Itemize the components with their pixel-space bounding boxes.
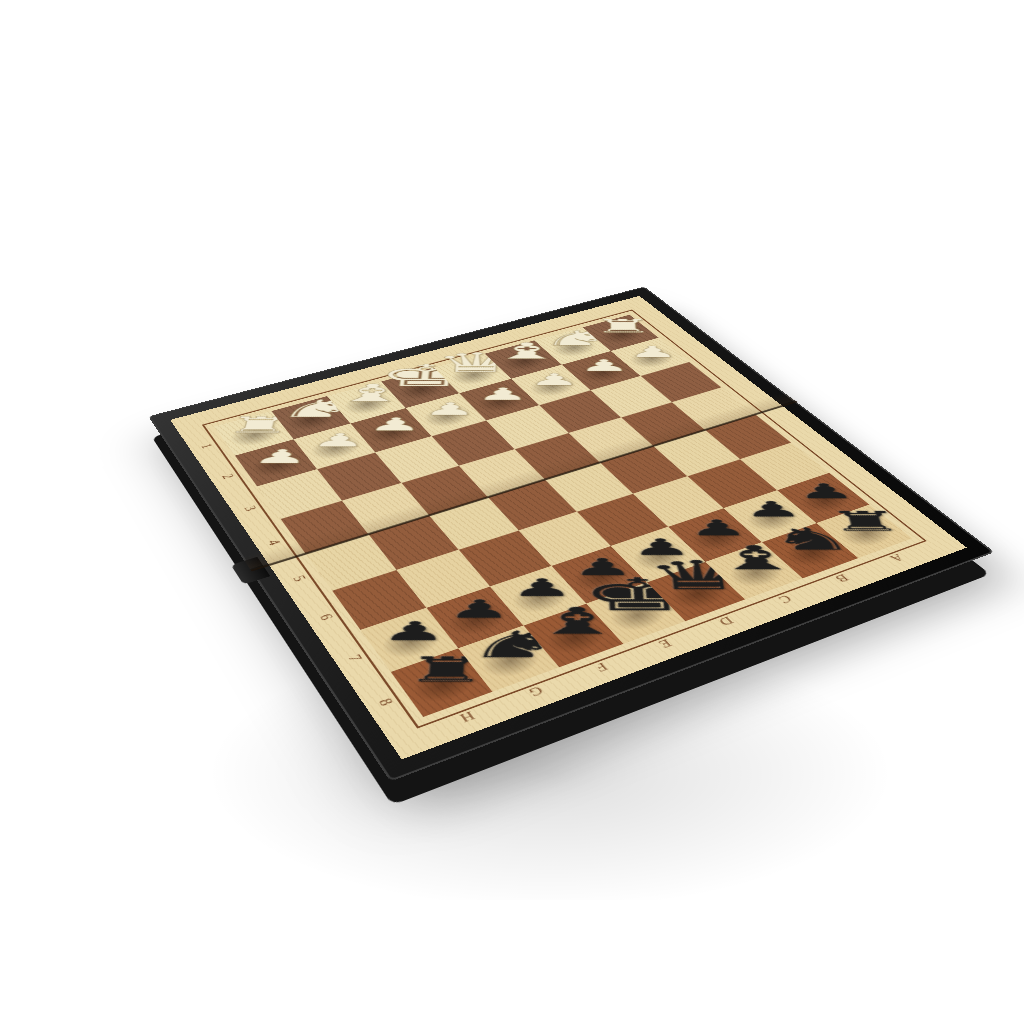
piece-white-pawn-h2: ♟ <box>219 447 341 466</box>
board-grid: ♜♞♝♚♛♝♞♜♟♟♟♟♟♟♟♟♟♟♟♟♟♟♟♟♜♞♝♚♛♝♞♜ <box>214 315 912 717</box>
board-apron: 12345678 HGFEDCBA ♜♞♝♚♛♝♞♜♟♟♟♟♟♟♟♟♟♟♟♟♟♟… <box>170 296 967 760</box>
board-plastic-frame: 12345678 HGFEDCBA ♜♞♝♚♛♝♞♜♟♟♟♟♟♟♟♟♟♟♟♟♟♟… <box>148 287 994 782</box>
piece-shadow <box>440 598 513 641</box>
scene: 12345678 HGFEDCBA ♜♞♝♚♛♝♞♜♟♟♟♟♟♟♟♟♟♟♟♟♟♟… <box>0 0 1024 1024</box>
product-photo-chess-set: 12345678 HGFEDCBA ♜♞♝♚♛♝♞♜♟♟♟♟♟♟♟♟♟♟♟♟♟♟… <box>0 0 1024 1024</box>
